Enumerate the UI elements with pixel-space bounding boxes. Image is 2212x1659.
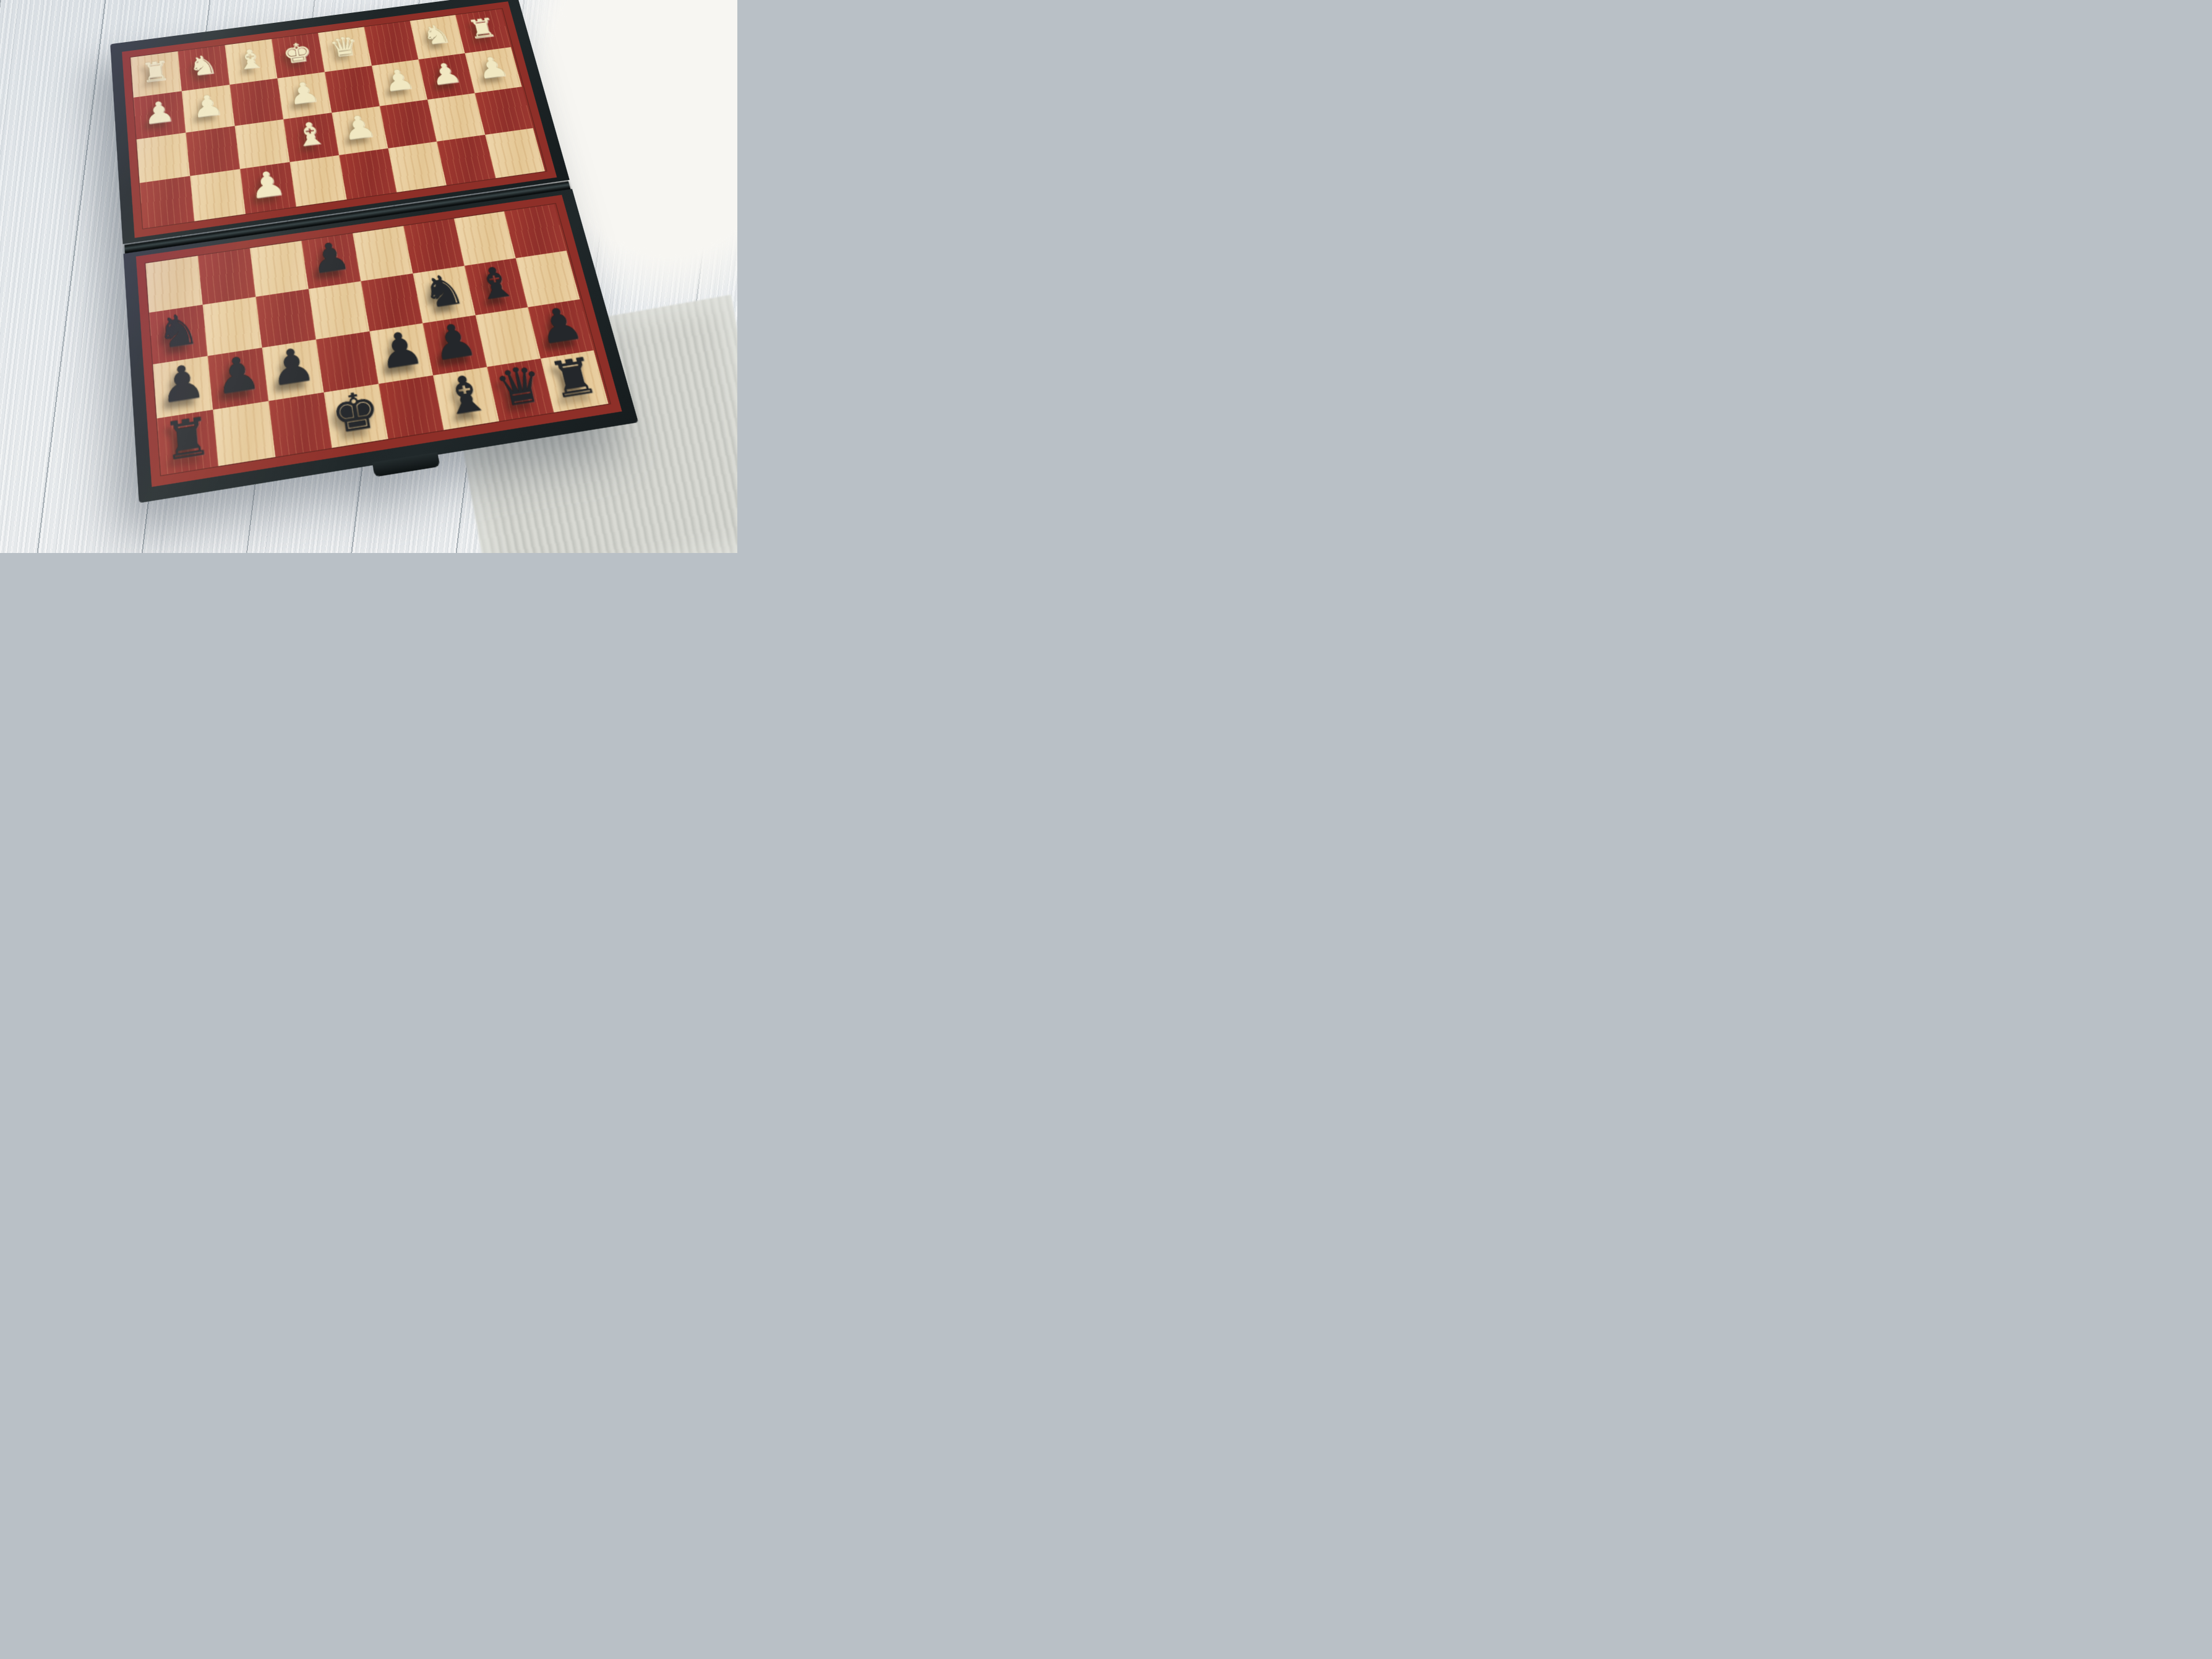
square-d2[interactable]: [325, 66, 380, 113]
square-g2[interactable]: ♟: [182, 85, 235, 133]
white-queen: ♛: [328, 32, 361, 62]
square-a3[interactable]: [475, 87, 533, 135]
square-d4[interactable]: [339, 148, 397, 200]
square-a4[interactable]: [485, 128, 545, 178]
black-pawn: ♟: [213, 348, 263, 402]
square-e3[interactable]: ♝: [283, 113, 339, 162]
black-pawn: ♟: [267, 340, 318, 393]
square-d7[interactable]: ♟: [369, 324, 433, 384]
square-a1[interactable]: ♜: [455, 9, 511, 54]
black-rook: ♜: [544, 350, 603, 406]
square-c4[interactable]: [388, 142, 446, 192]
white-knight: ♞: [187, 51, 220, 81]
black-pawn: ♟: [308, 236, 353, 281]
square-f5[interactable]: [250, 241, 309, 297]
square-c3[interactable]: [380, 100, 437, 148]
square-c1[interactable]: [364, 21, 419, 66]
square-d8[interactable]: [379, 375, 444, 439]
square-d1[interactable]: ♛: [318, 27, 372, 72]
square-f4[interactable]: ♟: [240, 162, 296, 214]
square-a5[interactable]: [504, 204, 567, 258]
black-pawn: ♟: [533, 300, 587, 351]
square-e1[interactable]: ♚: [272, 33, 325, 78]
white-pawn: ♟: [340, 110, 379, 145]
square-e2[interactable]: ♟: [277, 72, 332, 119]
white-bishop: ♝: [234, 45, 267, 74]
square-h3[interactable]: [137, 132, 191, 182]
white-pawn: ♟: [474, 52, 512, 84]
square-e6[interactable]: [309, 281, 370, 340]
square-g1[interactable]: ♞: [178, 45, 229, 91]
white-pawn: ♟: [380, 64, 417, 96]
square-a2[interactable]: ♟: [465, 47, 522, 93]
square-h4[interactable]: [140, 176, 195, 229]
black-knight: ♞: [419, 268, 468, 315]
square-c2[interactable]: ♟: [372, 59, 427, 106]
square-g3[interactable]: [186, 126, 240, 176]
white-pawn: ♟: [427, 58, 465, 90]
white-king: ♚: [281, 38, 314, 68]
white-rook: ♜: [465, 14, 500, 43]
white-pawn: ♟: [191, 90, 225, 122]
white-bishop: ♝: [291, 117, 330, 153]
square-g5[interactable]: [198, 248, 256, 304]
white-pawn: ♟: [247, 165, 288, 205]
hinge-clasp: [372, 452, 440, 477]
black-knight: ♞: [155, 307, 202, 356]
black-queen: ♛: [491, 358, 548, 414]
square-e5[interactable]: ♟: [301, 233, 361, 289]
white-rook: ♜: [140, 57, 171, 87]
square-g8[interactable]: [213, 401, 275, 466]
square-d5[interactable]: [353, 226, 413, 281]
board-ranks-5-8: ♟♞♞♝♟♟♟♟♟♟♜♚♝♛♜: [145, 203, 611, 476]
square-e4[interactable]: [289, 155, 346, 207]
square-f7[interactable]: ♟: [262, 340, 324, 401]
square-f8[interactable]: [268, 392, 332, 457]
square-f1[interactable]: ♝: [225, 39, 277, 85]
black-pawn: ♟: [374, 324, 427, 377]
white-pawn: ♟: [142, 96, 176, 129]
square-d3[interactable]: ♟: [332, 106, 388, 155]
square-h1[interactable]: ♜: [131, 51, 182, 98]
black-rook: ♜: [161, 409, 213, 469]
square-h2[interactable]: ♟: [134, 91, 186, 139]
square-g7[interactable]: ♟: [208, 348, 268, 409]
white-pawn: ♟: [286, 77, 322, 109]
black-pawn: ♟: [158, 357, 207, 411]
square-f2[interactable]: [229, 79, 283, 126]
black-pawn: ♟: [427, 316, 481, 368]
square-h8[interactable]: ♜: [157, 409, 219, 475]
white-knight: ♞: [419, 20, 453, 49]
square-g4[interactable]: [190, 169, 246, 221]
photo-scene: ♜♞♝♚♛♞♜♟♟♟♟♟♟♝♟♟ ♟♞♞♝♟♟♟♟♟♟♜♚♝♛♜: [0, 0, 737, 553]
black-bishop: ♝: [437, 367, 494, 424]
black-bishop: ♝: [470, 260, 520, 307]
black-king: ♚: [328, 384, 383, 441]
square-e8[interactable]: ♚: [324, 384, 388, 448]
